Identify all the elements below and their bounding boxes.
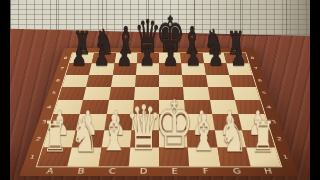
white-knight[interactable]: ♞	[220, 111, 248, 158]
white-rook[interactable]: ♜	[42, 116, 67, 159]
file-label-e: E	[171, 168, 177, 175]
rank-label-right-6: 6	[257, 79, 262, 83]
file-label-a: A	[46, 168, 55, 175]
black-pawn[interactable]: ♟	[94, 43, 110, 70]
black-pawn[interactable]: ♟	[71, 43, 87, 70]
square-c6[interactable]	[111, 75, 136, 87]
rank-label-right-5: 5	[261, 91, 267, 95]
file-label-c: C	[108, 168, 116, 175]
square-g5[interactable]	[207, 87, 234, 100]
rank-label-left-2: 2	[35, 136, 42, 141]
letterbox-bar-right	[310, 0, 320, 180]
file-label-d: D	[139, 168, 147, 175]
rank-label-right-8: 8	[250, 56, 255, 59]
square-g6[interactable]	[206, 75, 232, 87]
square-b1[interactable]: ♞	[68, 147, 101, 166]
rank-label-left-6: 6	[55, 79, 60, 83]
rank-label-left-7: 7	[59, 67, 64, 71]
black-pawn[interactable]: ♟	[208, 43, 224, 70]
square-b5[interactable]	[83, 87, 110, 100]
rank-label-left-5: 5	[51, 91, 57, 95]
square-f7[interactable]: ♟	[181, 63, 205, 74]
square-a5[interactable]	[58, 87, 86, 100]
square-f6[interactable]	[182, 75, 207, 87]
square-c7[interactable]: ♟	[112, 63, 136, 74]
rank-label-left-8: 8	[63, 56, 68, 59]
file-label-f: F	[203, 168, 210, 175]
square-e7[interactable]: ♟	[159, 63, 182, 74]
rank-label-left-1: 1	[29, 154, 36, 160]
square-g7[interactable]: ♟	[204, 63, 229, 74]
black-pawn[interactable]: ♟	[231, 43, 247, 70]
file-labels-bottom: ABCDEFGH	[33, 167, 285, 176]
file-label-g: G	[232, 168, 241, 175]
black-pawn[interactable]: ♟	[139, 43, 155, 70]
square-h5[interactable]	[232, 87, 260, 100]
rank-label-right-7: 7	[253, 67, 258, 71]
square-h6[interactable]	[229, 75, 256, 87]
square-h7[interactable]: ♟	[226, 63, 252, 74]
black-pawn[interactable]: ♟	[185, 43, 201, 70]
file-label-h: H	[263, 168, 272, 175]
white-rook[interactable]: ♜	[251, 116, 276, 159]
chess-board[interactable]: ♜♞♝♛♚♝♞♜♟♟♟♟♟♟♟♟♟♟♟♟♟♟♟♟♜♞♝♛♚♝♞♜ ABCDEFG…	[19, 48, 298, 176]
square-a6[interactable]	[62, 75, 89, 87]
square-b6[interactable]	[86, 75, 112, 87]
board-scene: ♜♞♝♛♚♝♞♜♟♟♟♟♟♟♟♟♟♟♟♟♟♟♟♟♜♞♝♛♚♝♞♜ ABCDEFG…	[0, 0, 320, 180]
white-bishop[interactable]: ♝	[189, 109, 218, 159]
square-d6[interactable]	[135, 75, 159, 87]
square-h1[interactable]: ♜	[246, 147, 281, 166]
square-b7[interactable]: ♟	[89, 63, 114, 74]
square-g1[interactable]: ♞	[217, 147, 250, 166]
square-e6[interactable]	[159, 75, 183, 87]
photo-frame: ♜♞♝♛♚♝♞♜♟♟♟♟♟♟♟♟♟♟♟♟♟♟♟♟♜♞♝♛♚♝♞♜ ABCDEFG…	[0, 0, 320, 180]
white-knight[interactable]: ♞	[70, 111, 98, 158]
file-label-b: B	[77, 168, 85, 175]
white-king[interactable]: ♚	[154, 92, 193, 158]
square-f1[interactable]: ♝	[188, 147, 220, 166]
letterbox-bar-left	[0, 0, 10, 180]
rank-label-right-1: 1	[282, 154, 289, 160]
square-d7[interactable]: ♟	[136, 63, 159, 74]
black-pawn[interactable]: ♟	[162, 43, 178, 70]
chess-board-grid: ♜♞♝♛♚♝♞♜♟♟♟♟♟♟♟♟♟♟♟♟♟♟♟♟♜♞♝♛♚♝♞♜	[36, 53, 283, 168]
black-pawn[interactable]: ♟	[117, 43, 133, 70]
rank-label-right-2: 2	[276, 136, 283, 141]
square-a7[interactable]: ♟	[66, 63, 92, 74]
square-e1[interactable]: ♚	[159, 147, 189, 166]
square-a1[interactable]: ♜	[37, 147, 72, 166]
